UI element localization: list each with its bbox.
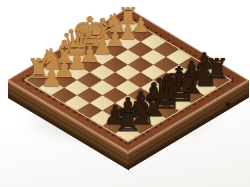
chess-set-photo: ♜♟♞♟♝♟♚♟♛♟♝♟♟♞♜♟♟♜♞♟♟♝♟♚♟♛♟♝♟♞♟♜: [0, 0, 250, 187]
piece-white-pawn-a2[interactable]: ♟: [30, 66, 74, 90]
pieces-layer: ♜♟♞♟♝♟♚♟♛♟♝♟♟♞♜♟♟♜♞♟♟♝♟♚♟♛♟♝♟♞♟♜: [0, 0, 250, 187]
piece-black-rook-a8[interactable]: ♜: [106, 105, 150, 136]
